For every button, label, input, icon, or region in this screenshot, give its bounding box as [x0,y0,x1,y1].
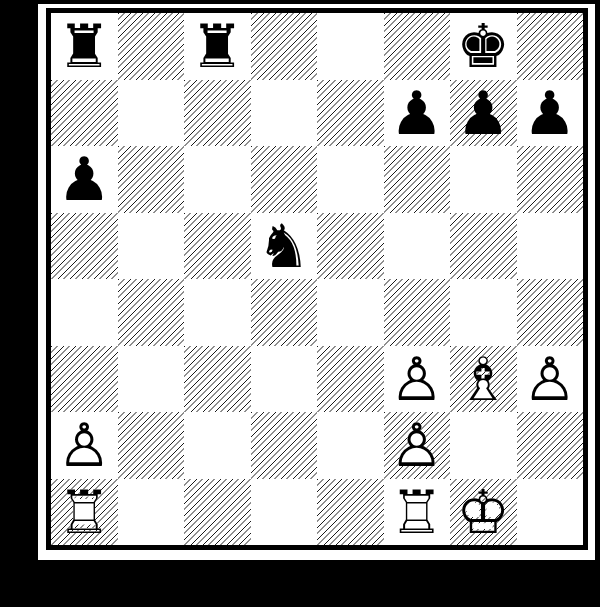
board: ♜♜♚♟♟♟♟♞♟♙♝♗♟♙♟♙♟♙♜♖♜♖♚♔ [46,8,588,550]
square-c8[interactable]: ♜ [184,13,251,80]
square-f4[interactable] [384,279,451,346]
white-king-g1[interactable]: ♚♔ [450,479,517,546]
white-pawn-f2-outline: ♙ [390,415,444,475]
white-pawn-f2[interactable]: ♟♙ [384,412,451,479]
square-b7[interactable] [118,80,185,147]
square-g2[interactable] [450,412,517,479]
square-h2[interactable] [517,412,584,479]
square-a1[interactable]: ♜♖ [51,479,118,546]
black-rook-c8[interactable]: ♜ [184,13,251,80]
white-pawn-f3[interactable]: ♟♙ [384,346,451,413]
square-f2[interactable]: ♟♙ [384,412,451,479]
square-c3[interactable] [184,346,251,413]
square-f6[interactable] [384,146,451,213]
square-d3[interactable] [251,346,318,413]
square-b3[interactable] [118,346,185,413]
square-e6[interactable] [317,146,384,213]
black-knight-d5[interactable]: ♞ [251,213,318,280]
square-b2[interactable] [118,412,185,479]
square-b8[interactable] [118,13,185,80]
square-c6[interactable] [184,146,251,213]
square-g1[interactable]: ♚♔ [450,479,517,546]
square-c4[interactable] [184,279,251,346]
white-pawn-a2[interactable]: ♟♙ [51,412,118,479]
square-h4[interactable] [517,279,584,346]
square-e3[interactable] [317,346,384,413]
square-d5[interactable]: ♞ [251,213,318,280]
square-c7[interactable] [184,80,251,147]
square-b4[interactable] [118,279,185,346]
white-pawn-h3-outline: ♙ [523,349,577,409]
white-king-g1-outline: ♔ [456,482,510,542]
square-d6[interactable] [251,146,318,213]
square-d1[interactable] [251,479,318,546]
black-king-g8[interactable]: ♚ [450,13,517,80]
square-d8[interactable] [251,13,318,80]
square-g8[interactable]: ♚ [450,13,517,80]
square-b6[interactable] [118,146,185,213]
square-h5[interactable] [517,213,584,280]
square-f7[interactable]: ♟ [384,80,451,147]
square-h1[interactable] [517,479,584,546]
square-a4[interactable] [51,279,118,346]
square-d7[interactable] [251,80,318,147]
white-rook-a1[interactable]: ♜♖ [51,479,118,546]
square-g6[interactable] [450,146,517,213]
square-c1[interactable] [184,479,251,546]
white-pawn-h3[interactable]: ♟♙ [517,346,584,413]
square-e8[interactable] [317,13,384,80]
square-h3[interactable]: ♟♙ [517,346,584,413]
square-g3[interactable]: ♝♗ [450,346,517,413]
square-d4[interactable] [251,279,318,346]
square-f8[interactable] [384,13,451,80]
square-a3[interactable] [51,346,118,413]
square-h6[interactable] [517,146,584,213]
black-pawn-a6[interactable]: ♟ [51,146,118,213]
white-rook-f1[interactable]: ♜♖ [384,479,451,546]
square-a6[interactable]: ♟ [51,146,118,213]
square-c5[interactable] [184,213,251,280]
square-b5[interactable] [118,213,185,280]
square-d2[interactable] [251,412,318,479]
square-a7[interactable] [51,80,118,147]
white-bishop-g3-outline: ♗ [456,349,510,409]
square-a8[interactable]: ♜ [51,13,118,80]
white-pawn-a2-outline: ♙ [57,415,111,475]
square-g7[interactable]: ♟ [450,80,517,147]
black-rook-a8[interactable]: ♜ [51,13,118,80]
square-g4[interactable] [450,279,517,346]
square-e2[interactable] [317,412,384,479]
square-c2[interactable] [184,412,251,479]
black-pawn-g7[interactable]: ♟ [450,80,517,147]
square-e7[interactable] [317,80,384,147]
square-f5[interactable] [384,213,451,280]
square-g5[interactable] [450,213,517,280]
white-rook-f1-outline: ♖ [390,482,444,542]
square-a2[interactable]: ♟♙ [51,412,118,479]
square-a5[interactable] [51,213,118,280]
square-e5[interactable] [317,213,384,280]
white-pawn-f3-outline: ♙ [390,349,444,409]
white-rook-a1-outline: ♖ [57,482,111,542]
white-bishop-g3[interactable]: ♝♗ [450,346,517,413]
square-h7[interactable]: ♟ [517,80,584,147]
square-b1[interactable] [118,479,185,546]
square-f1[interactable]: ♜♖ [384,479,451,546]
black-pawn-h7[interactable]: ♟ [517,80,584,147]
square-e1[interactable] [317,479,384,546]
black-pawn-f7[interactable]: ♟ [384,80,451,147]
square-f3[interactable]: ♟♙ [384,346,451,413]
square-h8[interactable] [517,13,584,80]
square-e4[interactable] [317,279,384,346]
